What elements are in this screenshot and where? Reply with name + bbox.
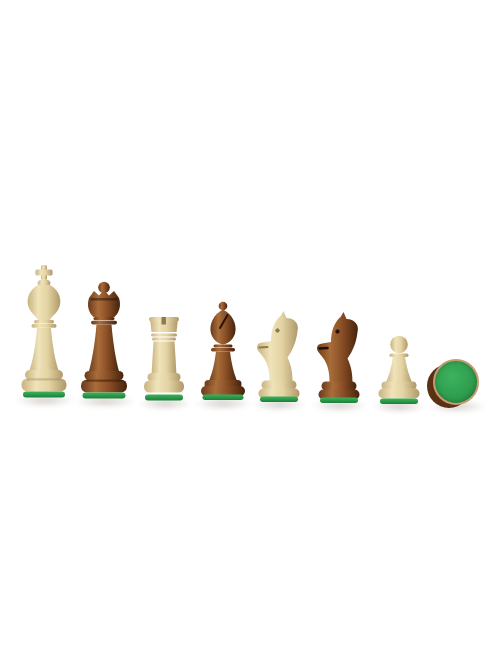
- knight-mouth: [320, 348, 328, 349]
- king-felt-base: [23, 392, 65, 398]
- product-photo: [0, 0, 496, 664]
- knight-felt-base: [260, 397, 298, 403]
- white-pawn-piece: [369, 335, 429, 404]
- rook-slot: [162, 318, 165, 325]
- knight-felt-base: [320, 398, 358, 404]
- dark-bishop-piece: [193, 301, 253, 400]
- white-knight-piece: [249, 310, 309, 402]
- dark-queen-piece: [74, 281, 134, 399]
- knight-eye: [276, 329, 279, 332]
- knight-eye: [336, 330, 339, 333]
- knight-body: [257, 311, 300, 399]
- king-body: [22, 265, 67, 392]
- knight-body: [317, 312, 360, 400]
- bishop-felt-base: [203, 395, 244, 401]
- rook-felt-base: [145, 395, 183, 401]
- dark-knight-piece: [309, 311, 369, 403]
- tipped-piece-felt-base: [433, 359, 479, 405]
- white-king-piece: [14, 265, 74, 398]
- queen-felt-base: [83, 393, 126, 399]
- pawn-felt-base: [380, 399, 418, 405]
- knight-mouth: [260, 347, 268, 348]
- bishop-body: [201, 302, 245, 396]
- rook-body: [144, 317, 184, 393]
- pawn-body: [379, 336, 420, 399]
- white-rook-piece: [134, 317, 194, 401]
